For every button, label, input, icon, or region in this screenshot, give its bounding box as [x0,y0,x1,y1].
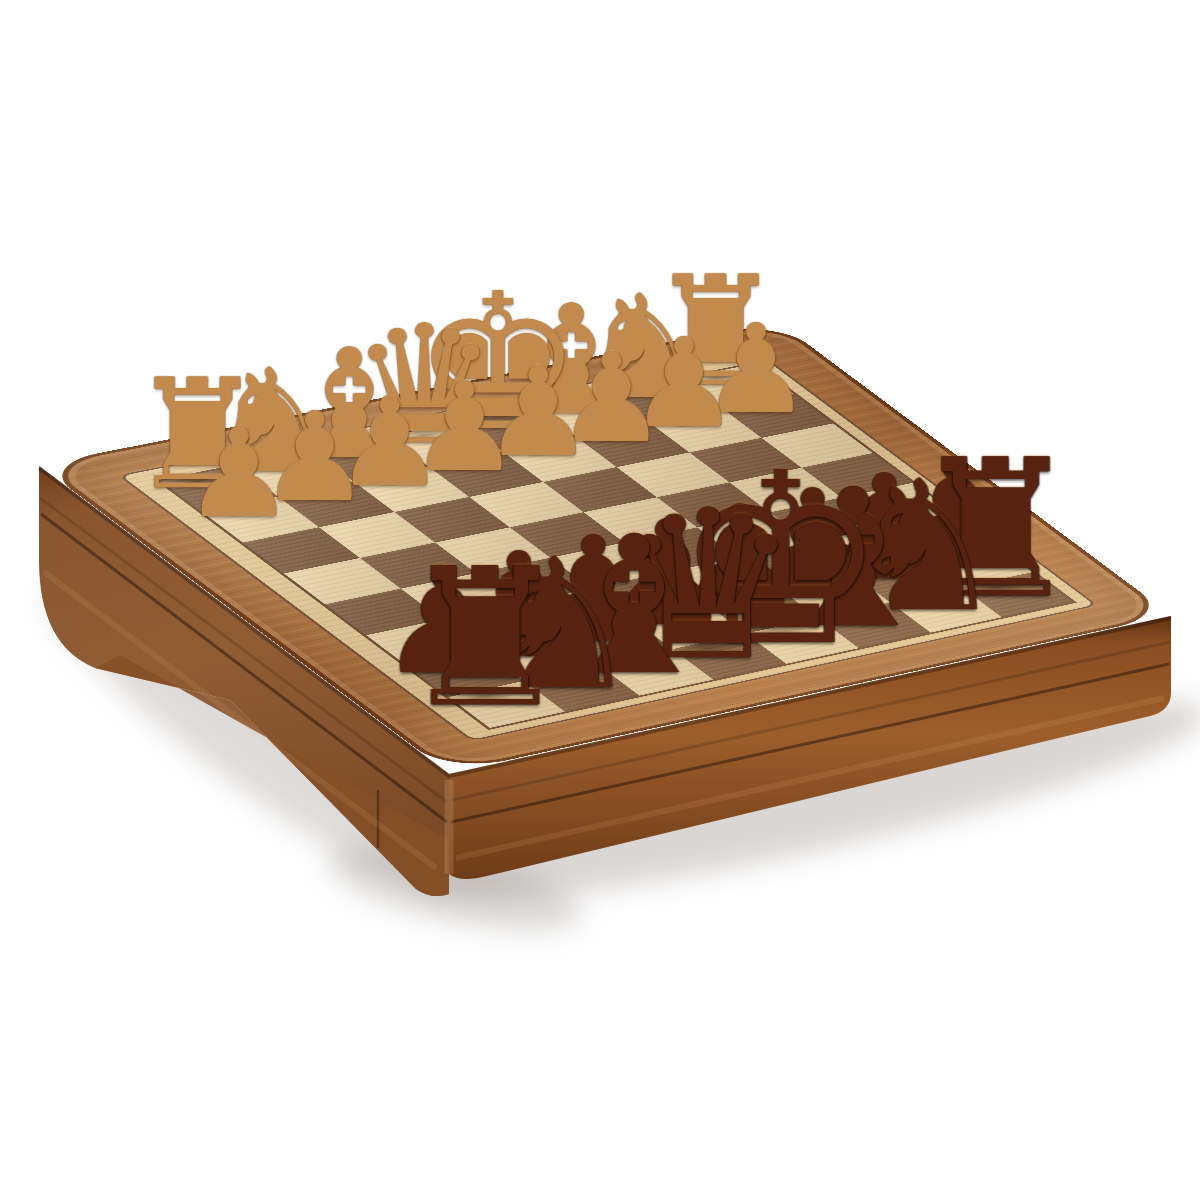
chess-set-photo: ♜♞♝♚♛♝♞♜♟♟♟♟♟♟♟♟♟♟♟♟♟♟♟♟♜♞♝♚♛♝♞♜ [0,0,1200,1200]
